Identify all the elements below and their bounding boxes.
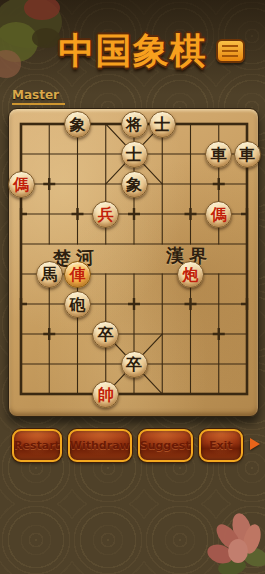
piece-red-horse[interactable]: 傌 bbox=[8, 171, 35, 198]
app-screen: 中国象棋 Master 楚河 漢界 象将士士車車傌象兵傌馬俥炮砲卒卒帥 Rest… bbox=[0, 0, 265, 574]
piece-black-elephant[interactable]: 象 bbox=[64, 111, 91, 138]
piece-red-general[interactable]: 帥 bbox=[92, 381, 119, 408]
difficulty-label: Master bbox=[12, 88, 65, 105]
piece-black-soldier[interactable]: 卒 bbox=[121, 351, 148, 378]
piece-red-horse[interactable]: 傌 bbox=[205, 201, 232, 228]
next-arrow-icon[interactable] bbox=[250, 438, 260, 450]
xiangqi-board[interactable]: 楚河 漢界 象将士士車車傌象兵傌馬俥炮砲卒卒帥 bbox=[8, 108, 259, 417]
piece-black-elephant[interactable]: 象 bbox=[121, 171, 148, 198]
piece-red-cannon[interactable]: 炮 bbox=[177, 261, 204, 288]
chat-menu-icon[interactable] bbox=[216, 39, 245, 63]
toolbar: RestartWithdrawSuggestExit bbox=[12, 429, 243, 462]
suggest-button[interactable]: Suggest bbox=[138, 429, 193, 462]
piece-black-soldier[interactable]: 卒 bbox=[92, 321, 119, 348]
restart-button[interactable]: Restart bbox=[12, 429, 62, 462]
piece-black-chariot[interactable]: 車 bbox=[205, 141, 232, 168]
piece-black-chariot[interactable]: 車 bbox=[234, 141, 261, 168]
piece-black-general[interactable]: 将 bbox=[121, 111, 148, 138]
piece-black-horse[interactable]: 馬 bbox=[36, 261, 63, 288]
piece-red-chariot[interactable]: 俥 bbox=[64, 261, 91, 288]
exit-button[interactable]: Exit bbox=[199, 429, 243, 462]
piece-black-cannon[interactable]: 砲 bbox=[64, 291, 91, 318]
piece-red-soldier[interactable]: 兵 bbox=[92, 201, 119, 228]
piece-black-advisor[interactable]: 士 bbox=[121, 141, 148, 168]
withdraw-button[interactable]: Withdraw bbox=[68, 429, 132, 462]
piece-black-advisor[interactable]: 士 bbox=[149, 111, 176, 138]
lotus-decoration-bottom-right bbox=[180, 499, 265, 574]
